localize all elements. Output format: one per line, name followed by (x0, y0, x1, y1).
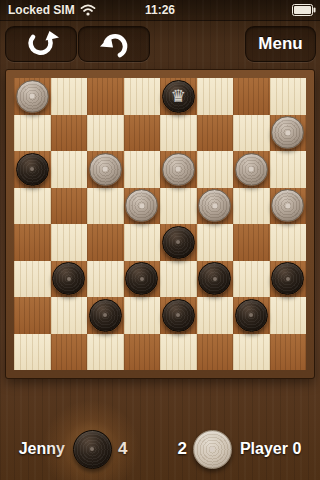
square-r5c6[interactable] (233, 261, 270, 298)
square-r4c6[interactable] (233, 224, 270, 261)
square-r0c1[interactable] (51, 78, 88, 115)
square-r3c1[interactable] (51, 188, 88, 225)
board-frame: ♛ (6, 70, 314, 378)
player-left-name: Jenny (19, 440, 65, 458)
square-r5c1[interactable] (51, 261, 88, 298)
square-r6c4[interactable] (160, 297, 197, 334)
square-r4c3[interactable] (124, 224, 161, 261)
square-r0c7[interactable] (270, 78, 307, 115)
dark-piece[interactable] (198, 262, 231, 295)
square-r1c5[interactable] (197, 115, 234, 152)
square-r4c0[interactable] (14, 224, 51, 261)
square-r3c2[interactable] (87, 188, 124, 225)
player-right-count: 2 (177, 439, 186, 459)
dark-king-piece[interactable]: ♛ (162, 80, 195, 113)
square-r7c7[interactable] (270, 334, 307, 371)
redo-arrow-icon (21, 31, 61, 57)
square-r7c4[interactable] (160, 334, 197, 371)
square-r6c3[interactable] (124, 297, 161, 334)
square-r0c3[interactable] (124, 78, 161, 115)
square-r4c2[interactable] (87, 224, 124, 261)
checkers-board: ♛ (14, 78, 306, 370)
light-piece[interactable] (198, 189, 231, 222)
square-r7c3[interactable] (124, 334, 161, 371)
crown-icon: ♛ (171, 88, 186, 105)
dark-piece[interactable] (52, 262, 85, 295)
square-r3c0[interactable] (14, 188, 51, 225)
square-r1c6[interactable] (233, 115, 270, 152)
square-r0c6[interactable] (233, 78, 270, 115)
square-r6c5[interactable] (197, 297, 234, 334)
square-r4c7[interactable] (270, 224, 307, 261)
menu-button-label: Menu (258, 34, 302, 54)
square-r5c4[interactable] (160, 261, 197, 298)
square-r5c0[interactable] (14, 261, 51, 298)
square-r2c2[interactable] (87, 151, 124, 188)
square-r1c1[interactable] (51, 115, 88, 152)
status-bar: Locked SIM 11:26 (0, 0, 320, 21)
square-r1c2[interactable] (87, 115, 124, 152)
light-piece[interactable] (235, 153, 268, 186)
battery-icon (292, 4, 316, 16)
dark-piece[interactable] (89, 299, 122, 332)
player-right-name: Player 0 (240, 440, 301, 458)
square-r4c5[interactable] (197, 224, 234, 261)
light-piece[interactable] (271, 189, 304, 222)
square-r3c5[interactable] (197, 188, 234, 225)
player-bar: Jenny 4 2 Player 0 (0, 426, 320, 472)
dark-piece[interactable] (235, 299, 268, 332)
square-r4c1[interactable] (51, 224, 88, 261)
square-r7c5[interactable] (197, 334, 234, 371)
square-r1c4[interactable] (160, 115, 197, 152)
square-r6c1[interactable] (51, 297, 88, 334)
square-r3c3[interactable] (124, 188, 161, 225)
square-r6c6[interactable] (233, 297, 270, 334)
light-piece[interactable] (162, 153, 195, 186)
dark-player-piece (73, 430, 112, 469)
square-r6c7[interactable] (270, 297, 307, 334)
square-r7c6[interactable] (233, 334, 270, 371)
square-r5c7[interactable] (270, 261, 307, 298)
light-piece[interactable] (125, 189, 158, 222)
light-piece[interactable] (271, 116, 304, 149)
square-r2c3[interactable] (124, 151, 161, 188)
square-r4c4[interactable] (160, 224, 197, 261)
square-r3c6[interactable] (233, 188, 270, 225)
square-r7c2[interactable] (87, 334, 124, 371)
square-r1c3[interactable] (124, 115, 161, 152)
dark-piece[interactable] (16, 153, 49, 186)
square-r3c7[interactable] (270, 188, 307, 225)
square-r6c0[interactable] (14, 297, 51, 334)
square-r2c6[interactable] (233, 151, 270, 188)
square-r2c4[interactable] (160, 151, 197, 188)
square-r5c2[interactable] (87, 261, 124, 298)
dark-piece[interactable] (162, 299, 195, 332)
square-r6c2[interactable] (87, 297, 124, 334)
clock: 11:26 (0, 3, 320, 17)
undo-arrow-icon (94, 30, 134, 58)
square-r1c7[interactable] (270, 115, 307, 152)
square-r2c7[interactable] (270, 151, 307, 188)
redo-button[interactable] (5, 26, 77, 62)
square-r3c4[interactable] (160, 188, 197, 225)
square-r0c5[interactable] (197, 78, 234, 115)
square-r0c2[interactable] (87, 78, 124, 115)
light-piece[interactable] (89, 153, 122, 186)
square-r5c5[interactable] (197, 261, 234, 298)
square-r5c3[interactable] (124, 261, 161, 298)
undo-button[interactable] (78, 26, 150, 62)
square-r2c5[interactable] (197, 151, 234, 188)
light-player-piece (193, 430, 232, 469)
square-r0c0[interactable] (14, 78, 51, 115)
dark-piece[interactable] (271, 262, 304, 295)
light-piece[interactable] (16, 80, 49, 113)
square-r2c0[interactable] (14, 151, 51, 188)
player-left-count: 4 (118, 439, 127, 459)
square-r7c1[interactable] (51, 334, 88, 371)
square-r7c0[interactable] (14, 334, 51, 371)
app-screen: Locked SIM 11:26 Menu ♛ Jenny (0, 0, 320, 480)
square-r0c4[interactable]: ♛ (160, 78, 197, 115)
menu-button[interactable]: Menu (245, 26, 316, 62)
square-r1c0[interactable] (14, 115, 51, 152)
dark-piece[interactable] (125, 262, 158, 295)
square-r2c1[interactable] (51, 151, 88, 188)
dark-piece[interactable] (162, 226, 195, 259)
